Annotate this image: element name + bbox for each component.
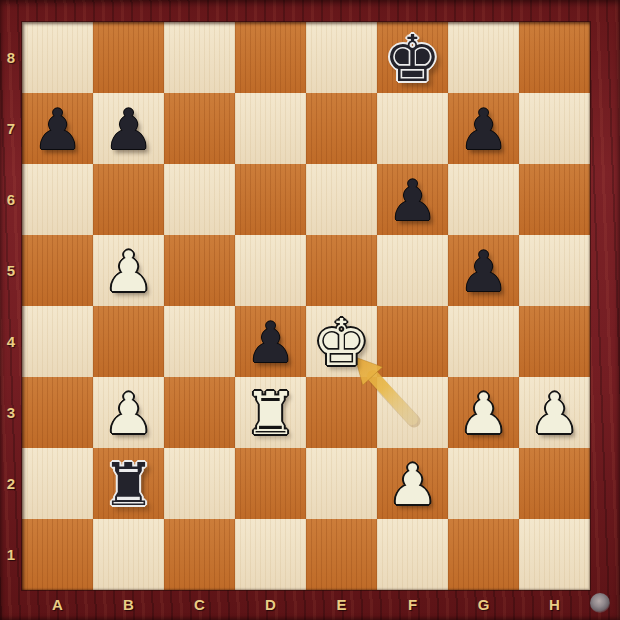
square-g8[interactable]: [448, 22, 519, 93]
square-b8[interactable]: [93, 22, 164, 93]
square-c3[interactable]: [164, 377, 235, 448]
piece-white-king[interactable]: ♚: [306, 307, 377, 378]
square-c6[interactable]: [164, 164, 235, 235]
rank-labels: 87654321: [0, 22, 22, 590]
square-d1[interactable]: [235, 519, 306, 590]
square-b5[interactable]: ♟: [93, 235, 164, 306]
file-label-g: G: [448, 590, 519, 618]
square-g4[interactable]: [448, 306, 519, 377]
square-h1[interactable]: [519, 519, 590, 590]
rank-label-2: 2: [0, 448, 22, 519]
square-d7[interactable]: [235, 93, 306, 164]
square-e1[interactable]: [306, 519, 377, 590]
piece-white-pawn[interactable]: ♟: [93, 378, 164, 449]
square-f7[interactable]: [377, 93, 448, 164]
watermark-dot: [590, 593, 610, 613]
square-d5[interactable]: [235, 235, 306, 306]
file-label-b: B: [93, 590, 164, 618]
square-c1[interactable]: [164, 519, 235, 590]
square-c4[interactable]: [164, 306, 235, 377]
square-h3[interactable]: ♟: [519, 377, 590, 448]
square-a1[interactable]: [22, 519, 93, 590]
square-a7[interactable]: ♟: [22, 93, 93, 164]
rank-label-7: 7: [0, 93, 22, 164]
square-h5[interactable]: [519, 235, 590, 306]
piece-black-rook[interactable]: ♜: [93, 449, 164, 520]
square-f1[interactable]: [377, 519, 448, 590]
square-a8[interactable]: [22, 22, 93, 93]
square-g5[interactable]: ♟: [448, 235, 519, 306]
square-h4[interactable]: [519, 306, 590, 377]
piece-black-pawn[interactable]: ♟: [448, 236, 519, 307]
square-g2[interactable]: [448, 448, 519, 519]
piece-black-king[interactable]: ♚: [377, 23, 448, 94]
piece-white-pawn[interactable]: ♟: [377, 449, 448, 520]
square-c2[interactable]: [164, 448, 235, 519]
square-d3[interactable]: ♜: [235, 377, 306, 448]
piece-white-pawn[interactable]: ♟: [519, 378, 590, 449]
file-label-h: H: [519, 590, 590, 618]
square-c8[interactable]: [164, 22, 235, 93]
square-a2[interactable]: [22, 448, 93, 519]
square-g6[interactable]: [448, 164, 519, 235]
square-f3[interactable]: [377, 377, 448, 448]
square-f8[interactable]: ♚: [377, 22, 448, 93]
file-label-e: E: [306, 590, 377, 618]
rank-label-8: 8: [0, 22, 22, 93]
square-c7[interactable]: [164, 93, 235, 164]
square-e8[interactable]: [306, 22, 377, 93]
square-a3[interactable]: [22, 377, 93, 448]
square-h6[interactable]: [519, 164, 590, 235]
rank-label-3: 3: [0, 377, 22, 448]
square-f4[interactable]: [377, 306, 448, 377]
square-b1[interactable]: [93, 519, 164, 590]
square-e6[interactable]: [306, 164, 377, 235]
piece-black-pawn[interactable]: ♟: [93, 94, 164, 165]
rank-label-1: 1: [0, 519, 22, 590]
piece-white-rook[interactable]: ♜: [235, 378, 306, 449]
square-e2[interactable]: [306, 448, 377, 519]
board: ♚♟♟♟♟♟♟♟♚♟♜♟♟♜♟: [22, 22, 590, 590]
square-e5[interactable]: [306, 235, 377, 306]
piece-white-pawn[interactable]: ♟: [93, 236, 164, 307]
square-f6[interactable]: ♟: [377, 164, 448, 235]
square-a4[interactable]: [22, 306, 93, 377]
piece-white-pawn[interactable]: ♟: [448, 378, 519, 449]
square-h8[interactable]: [519, 22, 590, 93]
file-label-f: F: [377, 590, 448, 618]
square-b3[interactable]: ♟: [93, 377, 164, 448]
square-a5[interactable]: [22, 235, 93, 306]
piece-black-pawn[interactable]: ♟: [448, 94, 519, 165]
square-h7[interactable]: [519, 93, 590, 164]
piece-black-pawn[interactable]: ♟: [377, 165, 448, 236]
square-d4[interactable]: ♟: [235, 306, 306, 377]
rank-label-6: 6: [0, 164, 22, 235]
square-c5[interactable]: [164, 235, 235, 306]
square-g3[interactable]: ♟: [448, 377, 519, 448]
square-b4[interactable]: [93, 306, 164, 377]
square-e3[interactable]: [306, 377, 377, 448]
square-b7[interactable]: ♟: [93, 93, 164, 164]
square-d2[interactable]: [235, 448, 306, 519]
piece-black-pawn[interactable]: ♟: [22, 94, 93, 165]
rank-label-5: 5: [0, 235, 22, 306]
file-label-a: A: [22, 590, 93, 618]
square-e7[interactable]: [306, 93, 377, 164]
square-h2[interactable]: [519, 448, 590, 519]
square-d8[interactable]: [235, 22, 306, 93]
piece-black-pawn[interactable]: ♟: [235, 307, 306, 378]
square-g1[interactable]: [448, 519, 519, 590]
square-d6[interactable]: [235, 164, 306, 235]
file-label-d: D: [235, 590, 306, 618]
file-labels: ABCDEFGH: [22, 590, 590, 620]
square-b2[interactable]: ♜: [93, 448, 164, 519]
square-g7[interactable]: ♟: [448, 93, 519, 164]
square-f5[interactable]: [377, 235, 448, 306]
rank-label-4: 4: [0, 306, 22, 377]
square-b6[interactable]: [93, 164, 164, 235]
square-e4[interactable]: ♚: [306, 306, 377, 377]
file-label-c: C: [164, 590, 235, 618]
square-f2[interactable]: ♟: [377, 448, 448, 519]
square-a6[interactable]: [22, 164, 93, 235]
